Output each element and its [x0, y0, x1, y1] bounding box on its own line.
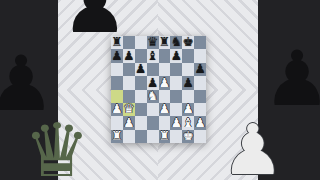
black-pawn-c6[interactable]: ♟ — [135, 63, 146, 76]
black-bishop-d7[interactable]: ♝ — [147, 49, 158, 62]
square-c6[interactable]: ♟ — [135, 63, 147, 76]
black-pawn-f7[interactable]: ♟ — [171, 49, 182, 62]
square-f5[interactable] — [170, 76, 182, 89]
decor-green-queen-bottom-left-icon: ♛ — [24, 113, 90, 180]
white-king-g1[interactable]: ♚ — [183, 130, 194, 143]
decor-black-pawn-right-icon: ♟ — [263, 41, 320, 117]
black-pawn-g5[interactable]: ♟ — [183, 76, 194, 89]
black-rook-e8[interactable]: ♜ — [159, 36, 170, 49]
square-d3[interactable] — [147, 103, 159, 116]
square-d7[interactable]: ♝ — [147, 49, 159, 62]
square-c3[interactable] — [135, 103, 147, 116]
square-a1[interactable]: ♜ — [111, 130, 123, 143]
square-c4[interactable] — [135, 90, 147, 103]
black-pawn-b7[interactable]: ♟ — [123, 49, 134, 62]
square-a3[interactable]: ♟ — [111, 103, 123, 116]
square-b1[interactable] — [123, 130, 135, 143]
square-c5[interactable] — [135, 76, 147, 89]
white-rook-a1[interactable]: ♜ — [111, 130, 122, 143]
square-h5[interactable] — [194, 76, 206, 89]
white-knight-d4[interactable]: ♞ — [147, 90, 158, 103]
white-pawn-b2[interactable]: ♟ — [123, 116, 134, 129]
square-h4[interactable] — [194, 90, 206, 103]
chess-board: ♜♛♜♞♚♟♟♝♟♟♟♟♟♟♞♟♛♟♟♟♟♝♟♜♜♚ — [111, 36, 206, 143]
square-f7[interactable]: ♟ — [170, 49, 182, 62]
square-g5[interactable]: ♟ — [182, 76, 194, 89]
square-h8[interactable] — [194, 36, 206, 49]
decor-black-piece-top-left-icon: ♟ — [62, 0, 128, 43]
black-pawn-a7[interactable]: ♟ — [111, 49, 122, 62]
white-pawn-e5[interactable]: ♟ — [159, 76, 170, 89]
square-e3[interactable]: ♟ — [159, 103, 171, 116]
square-f2[interactable]: ♟ — [170, 116, 182, 129]
screenshot-root: { "game": "chess", "position": { "fen": … — [0, 0, 320, 180]
square-b5[interactable] — [123, 76, 135, 89]
square-f6[interactable] — [170, 63, 182, 76]
square-d2[interactable] — [147, 116, 159, 129]
white-pawn-f2[interactable]: ♟ — [171, 116, 182, 129]
square-a7[interactable]: ♟ — [111, 49, 123, 62]
square-e7[interactable] — [159, 49, 171, 62]
white-pawn-a3[interactable]: ♟ — [111, 103, 122, 116]
white-pawn-h2[interactable]: ♟ — [194, 116, 205, 129]
square-c1[interactable] — [135, 130, 147, 143]
square-d1[interactable] — [147, 130, 159, 143]
square-f1[interactable] — [170, 130, 182, 143]
square-b2[interactable]: ♟ — [123, 116, 135, 129]
square-a5[interactable] — [111, 76, 123, 89]
square-g8[interactable]: ♚ — [182, 36, 194, 49]
square-h6[interactable]: ♟ — [194, 63, 206, 76]
square-g7[interactable] — [182, 49, 194, 62]
square-h2[interactable]: ♟ — [194, 116, 206, 129]
square-f4[interactable] — [170, 90, 182, 103]
square-g1[interactable]: ♚ — [182, 130, 194, 143]
square-c8[interactable] — [135, 36, 147, 49]
square-b7[interactable]: ♟ — [123, 49, 135, 62]
square-c2[interactable] — [135, 116, 147, 129]
square-e5[interactable]: ♟ — [159, 76, 171, 89]
square-e8[interactable]: ♜ — [159, 36, 171, 49]
white-pawn-e3[interactable]: ♟ — [159, 103, 170, 116]
black-king-g8[interactable]: ♚ — [183, 36, 194, 49]
square-e1[interactable]: ♜ — [159, 130, 171, 143]
square-a6[interactable] — [111, 63, 123, 76]
white-rook-e1[interactable]: ♜ — [159, 130, 170, 143]
square-b6[interactable] — [123, 63, 135, 76]
decor-white-pawn-bottom-right-icon: ♟ — [222, 115, 285, 180]
black-pawn-h6[interactable]: ♟ — [194, 63, 205, 76]
square-d4[interactable]: ♞ — [147, 90, 159, 103]
square-h1[interactable] — [194, 130, 206, 143]
